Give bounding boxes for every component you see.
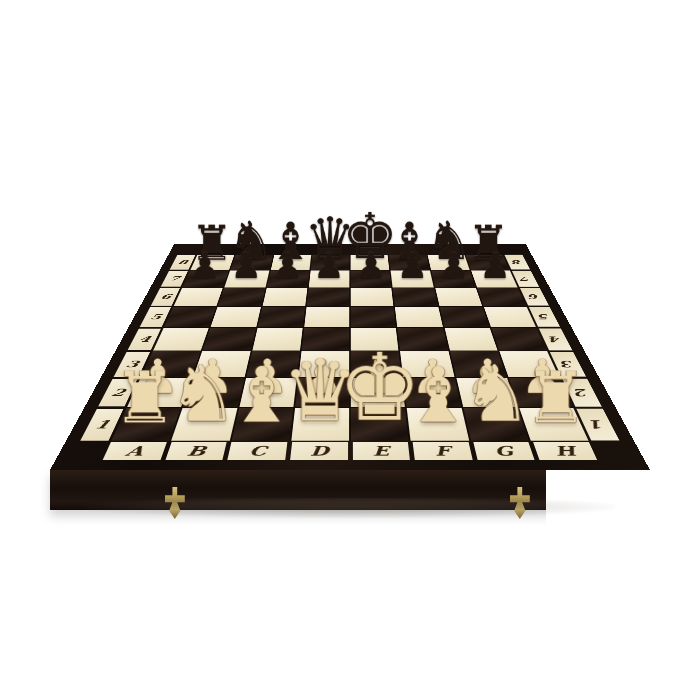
square-a7[interactable]: ♟ xyxy=(182,271,229,288)
white-queen-d1[interactable]: ♛ xyxy=(282,351,359,432)
square-c5[interactable] xyxy=(257,307,305,327)
square-g1[interactable]: ♞ xyxy=(463,408,529,441)
white-rook-a1[interactable]: ♜ xyxy=(112,365,175,432)
square-d1[interactable]: ♛ xyxy=(291,408,349,441)
white-knight-g1[interactable]: ♞ xyxy=(462,358,532,432)
square-f6[interactable] xyxy=(393,288,438,306)
file-label-d: D xyxy=(290,442,348,460)
black-pawn-a7[interactable]: ♟ xyxy=(189,249,221,283)
black-pawn-f7[interactable]: ♟ xyxy=(396,249,428,283)
chess-board: 87654321 87654321 ABCDEFGH ♜♞♝♛♚♝♞♜♟♟♟♟♟… xyxy=(50,244,650,470)
square-h5[interactable] xyxy=(484,307,536,327)
black-pawn-b7[interactable]: ♟ xyxy=(230,249,262,283)
square-e6[interactable] xyxy=(351,288,394,306)
square-d6[interactable] xyxy=(306,288,349,306)
square-d7[interactable]: ♟ xyxy=(309,271,350,288)
black-pawn-g7[interactable]: ♟ xyxy=(438,249,470,283)
square-f7[interactable]: ♟ xyxy=(391,271,434,288)
square-a6[interactable] xyxy=(174,288,223,306)
chessboard-scene: 87654321 87654321 ABCDEFGH ♜♞♝♛♚♝♞♜♟♟♟♟♟… xyxy=(50,0,650,470)
file-label-g: G xyxy=(473,442,535,460)
black-pawn-e7[interactable]: ♟ xyxy=(355,249,387,283)
square-c6[interactable] xyxy=(262,288,307,306)
file-label-f: F xyxy=(413,442,473,460)
square-h6[interactable] xyxy=(477,288,526,306)
black-pawn-d7[interactable]: ♟ xyxy=(313,249,345,283)
square-b7[interactable]: ♟ xyxy=(224,271,269,288)
photo-background: 87654321 87654321 ABCDEFGH ♜♞♝♛♚♝♞♜♟♟♟♟♟… xyxy=(0,0,700,700)
square-b6[interactable] xyxy=(218,288,265,306)
square-g7[interactable]: ♟ xyxy=(431,271,476,288)
black-pawn-c7[interactable]: ♟ xyxy=(272,249,304,283)
square-g5[interactable] xyxy=(439,307,489,327)
square-e7[interactable]: ♟ xyxy=(351,271,392,288)
square-d5[interactable] xyxy=(304,307,349,327)
square-b5[interactable] xyxy=(211,307,261,327)
square-g6[interactable] xyxy=(435,288,482,306)
file-label-b: B xyxy=(165,442,227,460)
file-label-h: H xyxy=(533,442,597,460)
square-e1[interactable]: ♚ xyxy=(351,408,409,441)
square-a1[interactable]: ♜ xyxy=(111,408,181,441)
board-shadow xyxy=(85,498,615,518)
square-c7[interactable]: ♟ xyxy=(267,271,310,288)
file-label-c: C xyxy=(228,442,288,460)
square-a5[interactable] xyxy=(164,307,216,327)
square-h7[interactable]: ♟ xyxy=(471,271,518,288)
file-label-e: E xyxy=(352,442,410,460)
file-labels-bottom: ABCDEFGH xyxy=(103,442,598,460)
square-e5[interactable] xyxy=(351,307,396,327)
square-f5[interactable] xyxy=(395,307,443,327)
file-label-a: A xyxy=(103,442,167,460)
